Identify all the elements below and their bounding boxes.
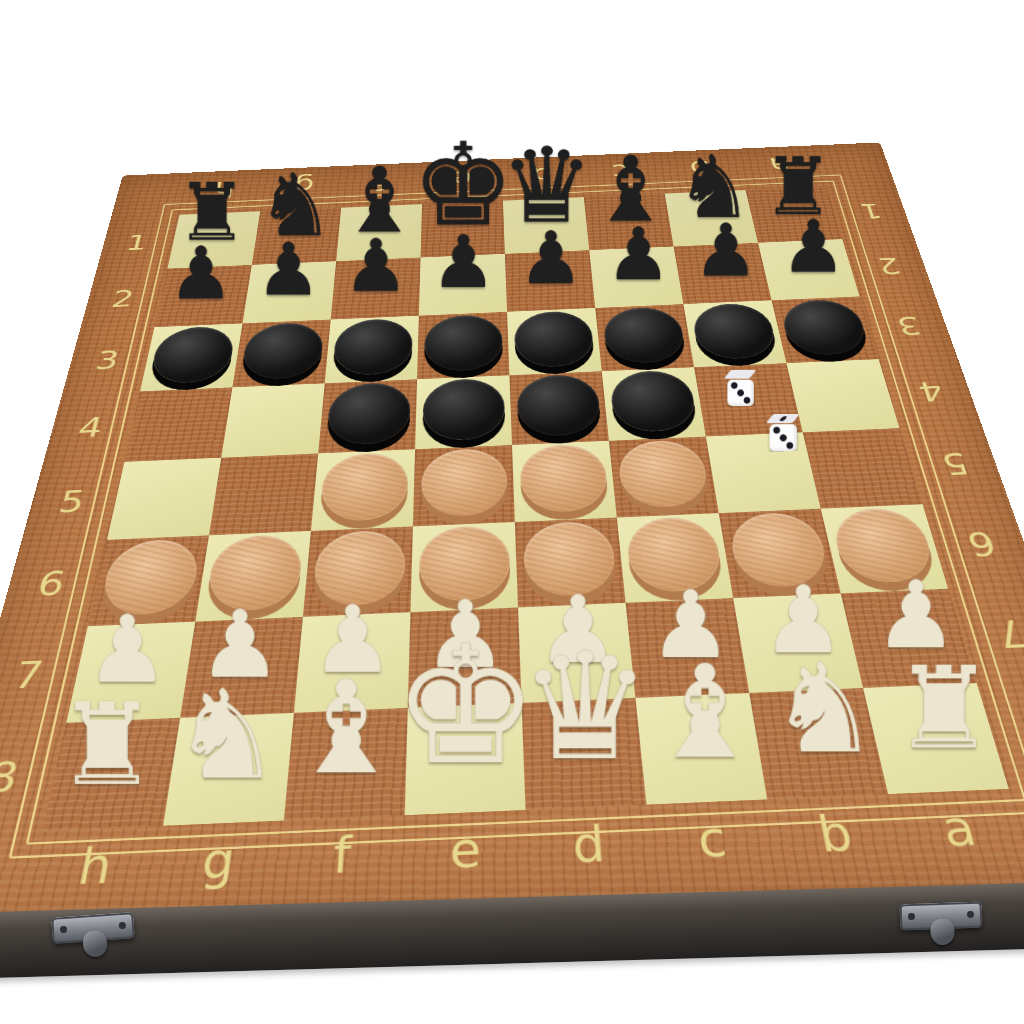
black-pawn-a2[interactable]: ♟ xyxy=(750,207,876,288)
latch-screw-icon xyxy=(967,911,974,918)
perspective-scene: hhggffeeddccbbaa1122334455667788 ♜♞♝♚♛♝♞… xyxy=(0,0,1024,1024)
die-front-face xyxy=(769,424,796,451)
latch-screw-icon xyxy=(60,926,67,933)
black-checker-g3[interactable] xyxy=(240,321,325,380)
black-checker-d4[interactable] xyxy=(516,373,602,437)
black-checker-f4[interactable] xyxy=(325,381,410,445)
game-board: hhggffeeddccbbaa1122334455667788 ♜♞♝♚♛♝♞… xyxy=(0,142,1024,938)
die-pip xyxy=(778,416,787,421)
die-top-face xyxy=(766,414,799,423)
wood-checker-f5[interactable] xyxy=(319,451,409,521)
pieces-layer: ♜♞♝♚♛♝♞♜♟♟♟♟♟♟♟♟♟♟♟♟♟♟♟♟♜♞♝♚♛♝♞♜ xyxy=(0,142,1024,938)
black-checker-c4[interactable] xyxy=(608,369,698,432)
black-checker-e4[interactable] xyxy=(422,377,505,441)
black-checker-c3[interactable] xyxy=(601,306,686,364)
product-photo-canvas: hhggffeeddccbbaa1122334455667788 ♜♞♝♚♛♝♞… xyxy=(0,0,1024,1024)
latch-screw-icon xyxy=(119,922,126,929)
black-checker-b3[interactable] xyxy=(690,302,779,360)
die-1-near-b4[interactable] xyxy=(722,370,757,406)
wood-checker-e5[interactable] xyxy=(420,447,508,517)
latch-screw-icon xyxy=(908,913,915,920)
die-2-near-b5[interactable] xyxy=(765,414,801,451)
die-top-face xyxy=(724,370,756,379)
die-front-face xyxy=(727,380,753,406)
white-rook-a8[interactable]: ♜ xyxy=(857,646,1024,772)
right-latch[interactable] xyxy=(900,902,983,931)
